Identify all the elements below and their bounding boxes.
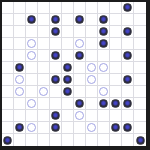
cell-r8c8[interactable] bbox=[86, 86, 98, 98]
cell-r7c9[interactable] bbox=[98, 74, 110, 86]
cell-r6c2[interactable] bbox=[14, 62, 26, 74]
cell-r9c11[interactable] bbox=[122, 98, 134, 110]
cell-r4c8[interactable] bbox=[86, 38, 98, 50]
cell-r10c2[interactable] bbox=[14, 110, 26, 122]
white-pearl bbox=[15, 75, 24, 84]
cell-r1c7[interactable] bbox=[74, 2, 86, 14]
cell-r6c12[interactable] bbox=[134, 62, 146, 74]
cell-r4c4[interactable] bbox=[38, 38, 50, 50]
black-pearl bbox=[63, 87, 72, 96]
cell-r8c7[interactable] bbox=[74, 86, 86, 98]
cell-r11c7[interactable] bbox=[74, 122, 86, 134]
cell-r1c3[interactable] bbox=[26, 2, 38, 14]
black-pearl bbox=[15, 63, 24, 72]
cell-r10c9[interactable] bbox=[98, 110, 110, 122]
cell-r7c12[interactable] bbox=[134, 74, 146, 86]
cell-r10c4[interactable] bbox=[38, 110, 50, 122]
cell-r8c2[interactable] bbox=[14, 86, 26, 98]
cell-r4c11[interactable] bbox=[122, 38, 134, 50]
cell-r1c10[interactable] bbox=[110, 2, 122, 14]
cell-r7c3[interactable] bbox=[26, 74, 38, 86]
cell-r10c12[interactable] bbox=[134, 110, 146, 122]
black-pearl bbox=[51, 15, 60, 24]
cell-r3c9[interactable] bbox=[98, 26, 110, 38]
cell-r2c7[interactable] bbox=[74, 14, 86, 26]
cell-r3c5[interactable] bbox=[50, 26, 62, 38]
cell-r11c11[interactable] bbox=[122, 122, 134, 134]
cell-r5c2[interactable] bbox=[14, 50, 26, 62]
cell-r11c6[interactable] bbox=[62, 122, 74, 134]
cell-r4c12[interactable] bbox=[134, 38, 146, 50]
black-pearl bbox=[99, 27, 108, 36]
black-pearl bbox=[123, 51, 132, 60]
black-pearl bbox=[51, 51, 60, 60]
cell-r5c7[interactable] bbox=[74, 50, 86, 62]
cell-r8c9[interactable] bbox=[98, 86, 110, 98]
cell-r3c8[interactable] bbox=[86, 26, 98, 38]
cell-r10c10[interactable] bbox=[110, 110, 122, 122]
black-pearl bbox=[51, 27, 60, 36]
cell-r12c9[interactable] bbox=[98, 134, 110, 146]
cell-r4c3[interactable] bbox=[26, 38, 38, 50]
cell-r10c11[interactable] bbox=[122, 110, 134, 122]
cell-r1c5[interactable] bbox=[50, 2, 62, 14]
cell-r6c9[interactable] bbox=[98, 62, 110, 74]
cell-r11c10[interactable] bbox=[110, 122, 122, 134]
cell-r2c9[interactable] bbox=[98, 14, 110, 26]
white-pearl bbox=[87, 75, 96, 84]
cell-r4c1[interactable] bbox=[2, 38, 14, 50]
black-pearl bbox=[75, 51, 84, 60]
cell-r5c10[interactable] bbox=[110, 50, 122, 62]
white-pearl bbox=[75, 39, 84, 48]
white-pearl bbox=[75, 111, 84, 120]
black-pearl bbox=[27, 15, 36, 24]
black-pearl bbox=[63, 75, 72, 84]
cell-r3c3[interactable] bbox=[26, 26, 38, 38]
white-pearl bbox=[27, 39, 36, 48]
white-pearl bbox=[87, 123, 96, 132]
cell-r5c1[interactable] bbox=[2, 50, 14, 62]
cell-r3c6[interactable] bbox=[62, 26, 74, 38]
white-pearl bbox=[39, 87, 48, 96]
cell-r9c6[interactable] bbox=[62, 98, 74, 110]
cell-r2c2[interactable] bbox=[14, 14, 26, 26]
cell-r11c12[interactable] bbox=[134, 122, 146, 134]
masyu-board[interactable] bbox=[0, 0, 150, 150]
cell-r11c9[interactable] bbox=[98, 122, 110, 134]
cell-r6c1[interactable] bbox=[2, 62, 14, 74]
cell-r9c1[interactable] bbox=[2, 98, 14, 110]
cell-r4c5[interactable] bbox=[50, 38, 62, 50]
cell-r9c7[interactable] bbox=[74, 98, 86, 110]
cell-r7c6[interactable] bbox=[62, 74, 74, 86]
cell-r6c3[interactable] bbox=[26, 62, 38, 74]
cell-r5c5[interactable] bbox=[50, 50, 62, 62]
cell-r2c12[interactable] bbox=[134, 14, 146, 26]
white-pearl bbox=[87, 63, 96, 72]
cell-r12c8[interactable] bbox=[86, 134, 98, 146]
black-pearl bbox=[123, 75, 132, 84]
cell-r1c12[interactable] bbox=[134, 2, 146, 14]
cell-r5c3[interactable] bbox=[26, 50, 38, 62]
cell-r5c8[interactable] bbox=[86, 50, 98, 62]
cell-r2c3[interactable] bbox=[26, 14, 38, 26]
cell-r3c7[interactable] bbox=[74, 26, 86, 38]
cell-r6c4[interactable] bbox=[38, 62, 50, 74]
cell-r9c4[interactable] bbox=[38, 98, 50, 110]
cell-r7c8[interactable] bbox=[86, 74, 98, 86]
cell-r2c8[interactable] bbox=[86, 14, 98, 26]
cell-r6c8[interactable] bbox=[86, 62, 98, 74]
cell-r1c4[interactable] bbox=[38, 2, 50, 14]
cell-r4c10[interactable] bbox=[110, 38, 122, 50]
cell-r6c6[interactable] bbox=[62, 62, 74, 74]
cell-r4c2[interactable] bbox=[14, 38, 26, 50]
cell-r8c5[interactable] bbox=[50, 86, 62, 98]
black-pearl bbox=[51, 75, 60, 84]
cell-r2c10[interactable] bbox=[110, 14, 122, 26]
cell-r12c1[interactable] bbox=[2, 134, 14, 146]
cell-r12c12[interactable] bbox=[134, 134, 146, 146]
black-pearl bbox=[3, 136, 12, 145]
black-pearl bbox=[123, 99, 132, 108]
cell-r8c12[interactable] bbox=[134, 86, 146, 98]
cell-r9c10[interactable] bbox=[110, 98, 122, 110]
black-pearl bbox=[75, 15, 84, 24]
cell-r6c11[interactable] bbox=[122, 62, 134, 74]
cell-r12c3[interactable] bbox=[26, 134, 38, 146]
cell-r11c2[interactable] bbox=[14, 122, 26, 134]
cell-r3c12[interactable] bbox=[134, 26, 146, 38]
cell-r1c2[interactable] bbox=[14, 2, 26, 14]
black-pearl bbox=[111, 99, 120, 108]
black-pearl bbox=[99, 39, 108, 48]
cell-r8c4[interactable] bbox=[38, 86, 50, 98]
cell-r5c11[interactable] bbox=[122, 50, 134, 62]
cell-r12c6[interactable] bbox=[62, 134, 74, 146]
cell-r5c12[interactable] bbox=[134, 50, 146, 62]
black-pearl bbox=[111, 123, 120, 132]
cell-r9c5[interactable] bbox=[50, 98, 62, 110]
cell-r9c2[interactable] bbox=[14, 98, 26, 110]
cell-r11c4[interactable] bbox=[38, 122, 50, 134]
cell-r10c1[interactable] bbox=[2, 110, 14, 122]
cell-r7c5[interactable] bbox=[50, 74, 62, 86]
cell-r9c9[interactable] bbox=[98, 98, 110, 110]
cell-r1c9[interactable] bbox=[98, 2, 110, 14]
cell-r3c11[interactable] bbox=[122, 26, 134, 38]
cell-r5c9[interactable] bbox=[98, 50, 110, 62]
white-pearl bbox=[27, 123, 36, 132]
cell-r7c1[interactable] bbox=[2, 74, 14, 86]
cell-r10c3[interactable] bbox=[26, 110, 38, 122]
white-pearl bbox=[99, 87, 108, 96]
cell-r8c11[interactable] bbox=[122, 86, 134, 98]
cell-r3c2[interactable] bbox=[14, 26, 26, 38]
black-pearl bbox=[123, 123, 132, 132]
white-pearl bbox=[15, 87, 24, 96]
cell-r10c5[interactable] bbox=[50, 110, 62, 122]
cell-r6c7[interactable] bbox=[74, 62, 86, 74]
cell-r4c9[interactable] bbox=[98, 38, 110, 50]
white-pearl bbox=[99, 63, 108, 72]
cell-r12c10[interactable] bbox=[110, 134, 122, 146]
cell-r7c10[interactable] bbox=[110, 74, 122, 86]
black-pearl bbox=[51, 111, 60, 120]
white-pearl bbox=[27, 51, 36, 60]
cell-r11c8[interactable] bbox=[86, 122, 98, 134]
black-pearl bbox=[51, 123, 60, 132]
cell-r8c1[interactable] bbox=[2, 86, 14, 98]
cell-r5c4[interactable] bbox=[38, 50, 50, 62]
cell-r10c6[interactable] bbox=[62, 110, 74, 122]
cell-r4c6[interactable] bbox=[62, 38, 74, 50]
cell-r7c7[interactable] bbox=[74, 74, 86, 86]
cell-r8c6[interactable] bbox=[62, 86, 74, 98]
cell-r7c4[interactable] bbox=[38, 74, 50, 86]
black-pearl bbox=[75, 99, 84, 108]
black-pearl bbox=[99, 99, 108, 108]
white-pearl bbox=[27, 99, 36, 108]
black-pearl bbox=[63, 63, 72, 72]
cell-r8c10[interactable] bbox=[110, 86, 122, 98]
cell-r2c11[interactable] bbox=[122, 14, 134, 26]
cell-r6c10[interactable] bbox=[110, 62, 122, 74]
cell-r3c4[interactable] bbox=[38, 26, 50, 38]
cell-r3c10[interactable] bbox=[110, 26, 122, 38]
cell-r11c5[interactable] bbox=[50, 122, 62, 134]
cell-r10c7[interactable] bbox=[74, 110, 86, 122]
cell-r2c1[interactable] bbox=[2, 14, 14, 26]
black-pearl bbox=[123, 27, 132, 36]
cell-r12c5[interactable] bbox=[50, 134, 62, 146]
cell-r9c8[interactable] bbox=[86, 98, 98, 110]
cell-r11c3[interactable] bbox=[26, 122, 38, 134]
cell-r12c7[interactable] bbox=[74, 134, 86, 146]
cell-r3c1[interactable] bbox=[2, 26, 14, 38]
cell-r10c8[interactable] bbox=[86, 110, 98, 122]
masyu-puzzle bbox=[0, 0, 150, 150]
cell-r12c2[interactable] bbox=[14, 134, 26, 146]
cell-r9c12[interactable] bbox=[134, 98, 146, 110]
cell-r1c11[interactable] bbox=[122, 2, 134, 14]
cell-r7c11[interactable] bbox=[122, 74, 134, 86]
cell-r1c6[interactable] bbox=[62, 2, 74, 14]
cell-r1c8[interactable] bbox=[86, 2, 98, 14]
black-pearl bbox=[99, 15, 108, 24]
cell-r11c1[interactable] bbox=[2, 122, 14, 134]
black-pearl bbox=[123, 3, 132, 12]
black-pearl bbox=[136, 136, 145, 145]
cell-r2c5[interactable] bbox=[50, 14, 62, 26]
cell-r12c11[interactable] bbox=[122, 134, 134, 146]
cell-r2c4[interactable] bbox=[38, 14, 50, 26]
cell-r1c1[interactable] bbox=[2, 2, 14, 14]
cell-r4c7[interactable] bbox=[74, 38, 86, 50]
cell-r6c5[interactable] bbox=[50, 62, 62, 74]
cell-r8c3[interactable] bbox=[26, 86, 38, 98]
cell-r9c3[interactable] bbox=[26, 98, 38, 110]
cell-r12c4[interactable] bbox=[38, 134, 50, 146]
cell-r2c6[interactable] bbox=[62, 14, 74, 26]
black-pearl bbox=[15, 123, 24, 132]
cell-r5c6[interactable] bbox=[62, 50, 74, 62]
cell-r7c2[interactable] bbox=[14, 74, 26, 86]
